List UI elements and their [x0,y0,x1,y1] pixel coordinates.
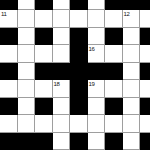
crossword-cell[interactable] [53,133,71,151]
crossword-black-cell [35,28,53,46]
crossword-cell[interactable] [88,133,106,151]
crossword-black-cell [35,98,53,116]
crossword-black-cell [140,63,150,81]
crossword-cell[interactable] [0,115,18,133]
crossword-cell[interactable] [18,80,36,98]
crossword-cell[interactable] [18,63,36,81]
crossword-cell[interactable] [70,115,88,133]
crossword-black-cell [70,63,88,81]
crossword-cell[interactable] [105,115,123,133]
crossword-black-cell [18,133,36,151]
crossword-cell[interactable] [35,10,53,28]
crossword-black-cell [0,0,18,10]
clue-number: 18 [54,81,60,87]
crossword-cell[interactable] [18,28,36,46]
crossword-cell[interactable] [123,63,141,81]
clue-number: 19 [89,81,95,87]
crossword-cell[interactable] [123,80,141,98]
crossword-cell[interactable] [35,80,53,98]
crossword-black-cell [70,0,88,10]
crossword-black-cell [140,98,150,116]
crossword-cell[interactable] [70,10,88,28]
crossword-cell[interactable] [140,45,150,63]
crossword-black-cell [140,28,150,46]
crossword-black-cell [0,28,18,46]
crossword-cell[interactable] [123,115,141,133]
crossword-black-cell [70,98,88,116]
crossword-cell[interactable]: 19 [88,80,106,98]
crossword-cell[interactable] [18,0,36,10]
crossword-black-cell [105,28,123,46]
crossword-cell[interactable]: 11 [0,10,18,28]
clue-number: 11 [1,11,7,17]
clue-number: 12 [124,11,130,17]
crossword-cell[interactable] [18,10,36,28]
crossword-cell[interactable] [140,10,150,28]
crossword-cell[interactable] [53,98,71,116]
crossword-black-cell [70,133,88,151]
crossword-cell[interactable]: 16 [88,45,106,63]
crossword-cell[interactable] [105,45,123,63]
crossword-black-cell [35,63,53,81]
crossword-black-cell [0,63,18,81]
crossword-cell[interactable]: 18 [53,80,71,98]
crossword-cell[interactable] [53,10,71,28]
crossword-black-cell [105,133,123,151]
crossword-cell[interactable] [88,10,106,28]
crossword-cell[interactable] [88,28,106,46]
crossword-black-cell [88,63,106,81]
crossword-cell[interactable] [35,115,53,133]
crossword-cell[interactable] [53,45,71,63]
crossword-cell[interactable] [88,98,106,116]
crossword-black-cell [105,0,123,10]
crossword-black-cell [35,0,53,10]
crossword-cell[interactable] [53,0,71,10]
crossword-viewport: 1112161819 [0,0,150,150]
crossword-cell[interactable] [53,115,71,133]
crossword-cell[interactable] [0,80,18,98]
crossword-cell[interactable] [88,115,106,133]
crossword-cell[interactable] [18,45,36,63]
crossword-black-cell [0,98,18,116]
crossword-cell[interactable] [123,133,141,151]
crossword-cell[interactable] [0,45,18,63]
crossword-black-cell [140,133,150,151]
crossword-black-cell [0,133,18,151]
crossword-black-cell [70,80,88,98]
crossword-cell[interactable] [105,80,123,98]
crossword-black-cell [53,63,71,81]
crossword-cell[interactable] [123,98,141,116]
crossword-cell[interactable] [105,10,123,28]
crossword-black-cell [105,98,123,116]
crossword-cell[interactable] [123,28,141,46]
crossword-cell[interactable] [35,45,53,63]
crossword-black-cell [35,133,53,151]
crossword-black-cell [70,28,88,46]
crossword-black-cell [105,63,123,81]
crossword-cell[interactable] [140,80,150,98]
crossword-cell[interactable] [18,98,36,116]
crossword-cell[interactable] [88,0,106,10]
crossword-cell[interactable] [53,28,71,46]
clue-number: 16 [89,46,95,52]
crossword-cell[interactable] [140,115,150,133]
crossword-cell[interactable] [123,45,141,63]
crossword-black-cell [70,45,88,63]
crossword-cell[interactable] [18,115,36,133]
crossword-black-cell [140,0,150,10]
crossword-black-cell [123,0,141,10]
crossword-board: 1112161819 [0,0,150,150]
crossword-cell[interactable]: 12 [123,10,141,28]
